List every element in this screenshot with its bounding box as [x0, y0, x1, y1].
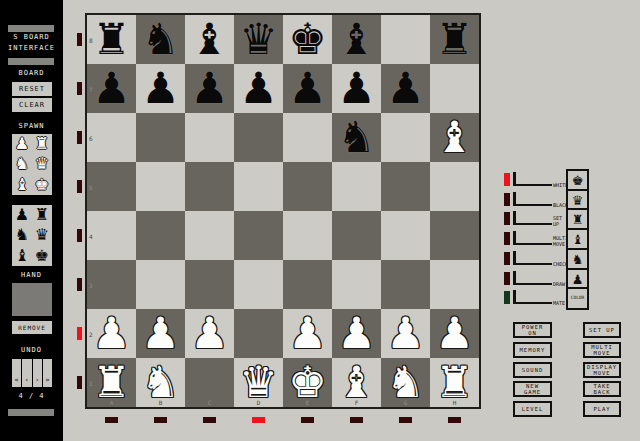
square-b1[interactable]: ♞B [136, 358, 185, 407]
spawn-black-queen[interactable]: ♛ [32, 225, 52, 245]
multi-move-led [504, 232, 510, 245]
file-label: F [355, 399, 359, 406]
rank-3-led [77, 278, 82, 291]
spawn-palette-white: ♟♜♞♛♝♚ [12, 134, 52, 195]
indicator-set-up: SET UP♜ [504, 208, 590, 228]
indicator-trace [513, 290, 552, 304]
rank-label: 6 [89, 134, 93, 141]
sidebar: S BOARD INTERFACE BOARD RESET CLEAR SPAW… [0, 0, 63, 441]
square-d5[interactable] [234, 162, 283, 211]
square-h1[interactable]: ♜H [430, 358, 479, 407]
square-a7[interactable]: ♟7 [87, 64, 136, 113]
square-c8[interactable]: ♝ [185, 15, 234, 64]
rank-1-led [77, 376, 82, 389]
spawn-white-bishop[interactable]: ♝ [12, 175, 32, 195]
memory-button[interactable]: MEMORY [513, 342, 552, 358]
black-pawn: ♟ [234, 64, 283, 113]
undo-back-button[interactable]: ‹ [22, 359, 31, 387]
square-g6[interactable] [381, 113, 430, 162]
indicator-white: WHITE♚ [504, 169, 590, 189]
rank-label: 4 [89, 232, 93, 239]
square-f7[interactable]: ♟ [332, 64, 381, 113]
undo-counter: 4 / 4 [0, 392, 63, 400]
square-c1[interactable]: C [185, 358, 234, 407]
black-pawn: ♟ [136, 64, 185, 113]
square-e6[interactable] [283, 113, 332, 162]
black-knight: ♞ [136, 15, 185, 64]
file-label: A [110, 399, 114, 406]
square-g5[interactable] [381, 162, 430, 211]
square-b7[interactable]: ♟ [136, 64, 185, 113]
white-pawn: ♟ [185, 309, 234, 358]
spawn-white-knight[interactable]: ♞ [12, 154, 32, 174]
black-knight: ♞ [332, 113, 381, 162]
square-b8[interactable]: ♞ [136, 15, 185, 64]
mate-led [504, 291, 510, 304]
file-b-led [154, 417, 167, 423]
file-label: H [453, 399, 457, 406]
square-a1[interactable]: ♜1A [87, 358, 136, 407]
square-b4[interactable] [136, 211, 185, 260]
square-c2[interactable]: ♟ [185, 309, 234, 358]
square-a6[interactable]: 6 [87, 113, 136, 162]
draw-led [504, 272, 510, 285]
black-pawn: ♟ [283, 64, 332, 113]
new-game-button[interactable]: NEWGAME [513, 381, 552, 397]
undo-fast-forward-button[interactable]: » [43, 359, 52, 387]
rank-label: 2 [89, 330, 93, 337]
indicator-multi-move: MULTIMOVE♝ [504, 228, 590, 248]
file-led-row [87, 416, 479, 424]
black-pawn: ♟ [332, 64, 381, 113]
spawn-palette-black: ♟♜♞♛♝♚ [12, 205, 52, 266]
undo-controls: «‹›» [12, 359, 52, 387]
white-led [504, 173, 510, 186]
rank-4-led [77, 229, 82, 242]
square-g2[interactable]: ♟ [381, 309, 430, 358]
set-up-button[interactable]: SET UP [583, 322, 621, 338]
black-bishop: ♝ [332, 15, 381, 64]
square-f8[interactable]: ♝ [332, 15, 381, 64]
square-a5[interactable]: 5 [87, 162, 136, 211]
square-c7[interactable]: ♟ [185, 64, 234, 113]
square-b6[interactable] [136, 113, 185, 162]
square-h4[interactable] [430, 211, 479, 260]
spawn-black-rook[interactable]: ♜ [32, 205, 52, 225]
file-label: B [159, 399, 163, 406]
square-a4[interactable]: 4 [87, 211, 136, 260]
square-a3[interactable]: 3 [87, 260, 136, 309]
divider-bar [8, 409, 54, 416]
black-queen: ♛ [234, 15, 283, 64]
square-f6[interactable]: ♞ [332, 113, 381, 162]
file-d-led [252, 417, 265, 423]
file-f-led [350, 417, 363, 423]
spawn-white-pawn[interactable]: ♟ [12, 134, 32, 154]
square-d1[interactable]: ♛D [234, 358, 283, 407]
spawn-white-rook[interactable]: ♜ [32, 134, 52, 154]
square-h3[interactable] [430, 260, 479, 309]
square-b3[interactable] [136, 260, 185, 309]
reset-button[interactable]: RESET [12, 82, 52, 96]
rank-label: 1 [89, 379, 93, 386]
clear-button[interactable]: CLEAR [12, 98, 52, 112]
white-pawn: ♟ [136, 309, 185, 358]
black-king: ♚ [283, 15, 332, 64]
indicator-check: CHECK♞ [504, 248, 590, 268]
black-pawn: ♟ [87, 64, 136, 113]
square-h5[interactable] [430, 162, 479, 211]
black-rook: ♜ [87, 15, 136, 64]
rank-5-led [77, 180, 82, 193]
file-e-led [301, 417, 314, 423]
spawn-black-bishop[interactable]: ♝ [12, 246, 32, 266]
square-d2[interactable] [234, 309, 283, 358]
black-pawn: ♟ [185, 64, 234, 113]
rank-label: 8 [89, 36, 93, 43]
white-bishop: ♝ [430, 113, 479, 162]
square-f5[interactable] [332, 162, 381, 211]
file-c-led [203, 417, 216, 423]
square-d6[interactable] [234, 113, 283, 162]
indicator-trace [513, 172, 552, 186]
square-h2[interactable]: ♟ [430, 309, 479, 358]
square-h8[interactable]: ♜ [430, 15, 479, 64]
hand-slot [12, 283, 52, 316]
rank-8-led [77, 33, 82, 46]
square-h7[interactable] [430, 64, 479, 113]
file-g-led [399, 417, 412, 423]
hand-section-label: HAND [0, 271, 63, 279]
power-on-button[interactable]: POWERON [513, 322, 552, 338]
square-e7[interactable]: ♟ [283, 64, 332, 113]
square-g1[interactable]: ♞G [381, 358, 430, 407]
spawn-section-label: SPAWN [0, 122, 63, 130]
square-d3[interactable] [234, 260, 283, 309]
rank-led-column [76, 15, 82, 407]
board-section-label: BOARD [0, 69, 63, 77]
square-b2[interactable]: ♟ [136, 309, 185, 358]
rank-6-led [77, 131, 82, 144]
divider-bar [8, 25, 54, 32]
square-g4[interactable] [381, 211, 430, 260]
spawn-white-queen[interactable]: ♛ [32, 154, 52, 174]
file-label: E [306, 399, 310, 406]
black-led [504, 193, 510, 206]
rank-label: 5 [89, 183, 93, 190]
chess-board: ♜8♞♝♛♚♝♜♟7♟♟♟♟♟♟6♞♝543♟2♟♟♟♟♟♟♜1A♞BC♛D♚E… [85, 13, 481, 409]
square-f3[interactable] [332, 260, 381, 309]
undo-forward-button[interactable]: › [33, 359, 42, 387]
black-bishop: ♝ [185, 15, 234, 64]
square-g3[interactable] [381, 260, 430, 309]
square-b5[interactable] [136, 162, 185, 211]
indicator-trace [513, 211, 552, 225]
square-e8[interactable]: ♚ [283, 15, 332, 64]
indicator-black: BLACK♛ [504, 189, 590, 209]
square-h6[interactable]: ♝ [430, 113, 479, 162]
chess-computer-ui: S BOARD INTERFACE BOARD RESET CLEAR SPAW… [0, 0, 640, 441]
indicator-trace [513, 271, 552, 285]
square-f4[interactable] [332, 211, 381, 260]
play-button[interactable]: PLAY [583, 401, 621, 417]
square-g8[interactable] [381, 15, 430, 64]
square-g7[interactable]: ♟ [381, 64, 430, 113]
indicator-draw: DRAW♟ [504, 268, 590, 288]
white-pawn: ♟ [332, 309, 381, 358]
color-box-icon: COLOR [566, 287, 589, 310]
rank-7-led [77, 82, 82, 95]
indicator-trace [513, 231, 552, 245]
display-move-button[interactable]: DISPLAYMOVE [583, 362, 621, 378]
square-d4[interactable] [234, 211, 283, 260]
square-c5[interactable] [185, 162, 234, 211]
check-led [504, 252, 510, 265]
square-c4[interactable] [185, 211, 234, 260]
square-d8[interactable]: ♛ [234, 15, 283, 64]
rank-label: 7 [89, 85, 93, 92]
square-c6[interactable] [185, 113, 234, 162]
file-a-led [105, 417, 118, 423]
undo-fast-back-button[interactable]: « [12, 359, 21, 387]
square-e3[interactable] [283, 260, 332, 309]
divider-bar [8, 58, 54, 65]
square-f2[interactable]: ♟ [332, 309, 381, 358]
undo-section-label: UNDO [0, 346, 63, 354]
file-label: C [208, 399, 212, 406]
spawn-black-knight[interactable]: ♞ [12, 225, 32, 245]
file-h-led [448, 417, 461, 423]
white-pawn: ♟ [430, 309, 479, 358]
square-e5[interactable] [283, 162, 332, 211]
take-back-button[interactable]: TAKEBACK [583, 381, 621, 397]
spawn-black-king[interactable]: ♚ [32, 246, 52, 266]
black-pawn: ♟ [381, 64, 430, 113]
indicator-trace [513, 251, 552, 265]
square-e2[interactable]: ♟ [283, 309, 332, 358]
white-pawn: ♟ [87, 309, 136, 358]
app-title-line2: INTERFACE [0, 44, 63, 52]
square-d7[interactable]: ♟ [234, 64, 283, 113]
rank-2-led [77, 327, 82, 340]
square-f1[interactable]: ♝F [332, 358, 381, 407]
white-pawn: ♟ [381, 309, 430, 358]
white-pawn: ♟ [283, 309, 332, 358]
level-button[interactable]: LEVEL [513, 401, 552, 417]
black-rook: ♜ [430, 15, 479, 64]
spawn-white-king[interactable]: ♚ [32, 175, 52, 195]
app-title-line1: S BOARD [0, 33, 63, 41]
spawn-black-pawn[interactable]: ♟ [12, 205, 32, 225]
multi-move-button[interactable]: MULTIMOVE [583, 342, 621, 358]
square-a2[interactable]: ♟2 [87, 309, 136, 358]
indicator-mate: MATECOLOR [504, 287, 590, 307]
file-label: D [257, 399, 261, 406]
file-label: G [404, 399, 408, 406]
indicator-trace [513, 192, 552, 206]
sound-button[interactable]: SOUND [513, 362, 552, 378]
set-up-led [504, 212, 510, 225]
square-e1[interactable]: ♚E [283, 358, 332, 407]
remove-button[interactable]: REMOVE [12, 321, 52, 334]
rank-label: 3 [89, 281, 93, 288]
square-a8[interactable]: ♜8 [87, 15, 136, 64]
square-c3[interactable] [185, 260, 234, 309]
square-e4[interactable] [283, 211, 332, 260]
